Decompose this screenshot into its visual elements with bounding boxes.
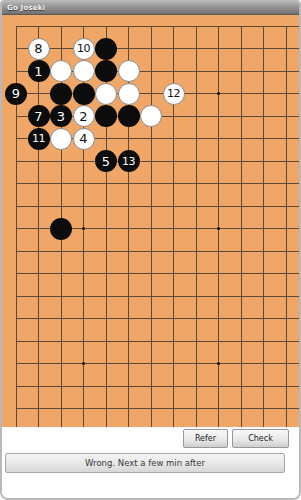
stone-black-c5-r2 — [95, 38, 117, 60]
stone-black-c6-r5 — [118, 105, 140, 127]
move-number: 10 — [77, 42, 90, 55]
board-grid-vline — [263, 26, 264, 428]
stone-black-c3-r4 — [50, 83, 72, 105]
star-point — [217, 362, 220, 365]
stone-black-c4-r4 — [73, 83, 95, 105]
stone-white-c5-r4 — [95, 83, 117, 105]
stone-white-c7-r5 — [140, 105, 162, 127]
board-grid-hline — [16, 206, 300, 207]
status-message: Wrong. Next a few min after — [85, 458, 205, 468]
board-grid-hline — [16, 48, 300, 49]
move-number: 1 — [34, 64, 42, 79]
board-grid-vline — [38, 26, 39, 428]
move-number: 12 — [167, 87, 180, 100]
star-point — [82, 362, 85, 365]
star-point — [217, 227, 220, 230]
stone-black-c5-r5 — [95, 105, 117, 127]
board-grid-hline — [16, 408, 300, 409]
move-number: 2 — [79, 109, 87, 124]
go-board[interactable]: 8101912732114513 — [2, 15, 299, 427]
stone-black-c3-r5: 3 — [50, 105, 72, 127]
stone-white-c3-r3 — [50, 60, 72, 82]
board-grid-hline — [16, 273, 300, 274]
board-grid-hline — [16, 183, 300, 184]
stone-white-c4-r6: 4 — [73, 128, 95, 150]
star-point — [217, 92, 220, 95]
move-number: 13 — [122, 155, 135, 168]
stone-black-c1-r4: 9 — [5, 83, 27, 105]
refer-button[interactable]: Refer — [183, 429, 228, 448]
status-bar: Wrong. Next a few min after — [5, 453, 285, 473]
board-grid-hline — [16, 296, 300, 297]
stone-white-c4-r3 — [73, 60, 95, 82]
stone-black-c2-r5: 7 — [28, 105, 50, 127]
stone-white-c4-r2: 10 — [73, 38, 95, 60]
stone-black-c5-r3 — [95, 60, 117, 82]
board-grid-hline — [16, 26, 300, 27]
stone-black-c5-r7: 5 — [95, 150, 117, 172]
board-grid-hline — [16, 363, 300, 364]
board-grid-hline — [16, 251, 300, 252]
stone-white-c6-r4 — [118, 83, 140, 105]
board-grid-hline — [16, 161, 300, 162]
board-grid-vline — [241, 26, 242, 428]
check-button[interactable]: Check — [232, 429, 289, 448]
move-number: 9 — [12, 86, 20, 101]
app-window: Go Joseki 8101912732114513 ← → Refer Che… — [0, 0, 301, 500]
board-grid-hline — [16, 386, 300, 387]
move-number: 3 — [57, 109, 65, 124]
stone-white-c4-r5: 2 — [73, 105, 95, 127]
board-grid-hline — [16, 341, 300, 342]
stone-white-c3-r6 — [50, 128, 72, 150]
star-point — [82, 227, 85, 230]
app-title: Go Joseki — [2, 2, 299, 14]
stone-black-c6-r7: 13 — [118, 150, 140, 172]
move-number: 11 — [32, 132, 45, 145]
stone-black-c2-r3: 1 — [28, 60, 50, 82]
stone-black-c3-r10 — [50, 218, 72, 240]
stone-white-c8-r4: 12 — [163, 83, 185, 105]
stone-white-c6-r3 — [118, 60, 140, 82]
board-grid-vline — [151, 26, 152, 428]
move-number: 8 — [34, 41, 42, 56]
board-grid-hline — [16, 318, 300, 319]
move-number: 7 — [34, 109, 42, 124]
stone-white-c2-r2: 8 — [28, 38, 50, 60]
move-number: 5 — [102, 154, 110, 169]
move-number: 4 — [79, 131, 87, 146]
board-grid-vline — [196, 26, 197, 428]
board-grid-vline — [286, 26, 287, 428]
title-bar: Go Joseki — [2, 2, 299, 15]
stone-black-c2-r6: 11 — [28, 128, 50, 150]
